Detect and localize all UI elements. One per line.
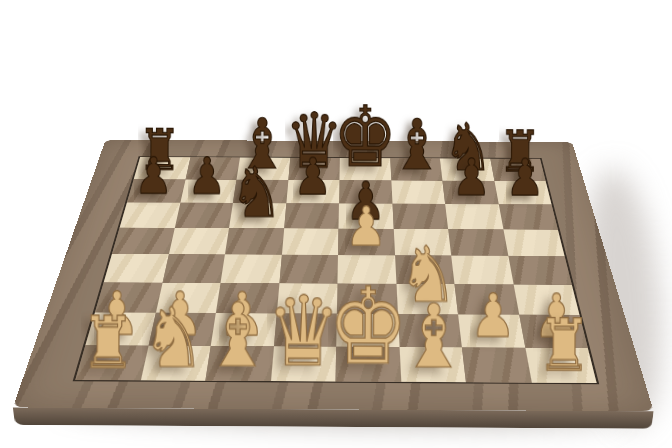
piece-black-pawn-h7[interactable]: ♟ [505,153,544,204]
board-frame: ♜♝♛♚♝♞♜♟♟♟♟♟♞♟♟♞♟♟♟♟♟♜♞♝♛♚♝♜ [13,140,654,411]
piece-black-knight-c6[interactable]: ♞ [230,157,283,227]
square-e1[interactable]: ♚ [336,346,401,381]
square-h5[interactable] [503,229,565,256]
square-b7[interactable]: ♟ [180,179,237,203]
square-f6[interactable] [392,204,448,229]
piece-white-rook-h1[interactable]: ♜ [536,310,591,382]
square-b5[interactable] [168,228,229,255]
square-a7[interactable]: ♟ [127,179,185,203]
square-g7[interactable]: ♟ [442,181,498,205]
square-b6[interactable] [174,203,233,228]
piece-black-pawn-g7[interactable]: ♟ [452,152,491,203]
square-d1[interactable]: ♛ [270,346,336,381]
square-g6[interactable] [445,204,503,229]
square-d6[interactable] [284,203,339,228]
piece-white-pawn-g2[interactable]: ♟ [470,286,516,346]
square-c5[interactable] [225,228,284,255]
square-c1[interactable]: ♝ [205,346,273,381]
square-f8[interactable]: ♝ [390,158,443,180]
square-c6[interactable]: ♞ [229,203,286,228]
square-g1[interactable] [462,347,531,383]
piece-white-pawn-e5[interactable]: ♟ [346,200,387,254]
square-a5[interactable] [112,227,174,254]
piece-black-bishop-f8[interactable]: ♝ [390,110,443,179]
square-d7[interactable]: ♟ [286,180,339,204]
piece-black-pawn-b7[interactable]: ♟ [187,151,226,202]
square-f7[interactable] [391,180,445,204]
square-g2[interactable]: ♟ [458,314,525,347]
playing-area: ♜♝♛♚♝♞♜♟♟♟♟♟♞♟♟♞♟♟♟♟♟♜♞♝♛♚♝♜ [73,156,600,384]
piece-black-pawn-d7[interactable]: ♟ [293,152,332,203]
piece-white-knight-b1[interactable]: ♞ [142,296,205,379]
square-h1[interactable]: ♜ [525,347,597,383]
piece-black-pawn-a7[interactable]: ♟ [134,151,173,202]
chessboard: ♜♝♛♚♝♞♜♟♟♟♟♟♞♟♟♞♟♟♟♟♟♜♞♝♛♚♝♜ [13,140,654,411]
square-h6[interactable] [498,204,558,229]
square-a6[interactable] [120,202,180,227]
square-e5[interactable]: ♟ [338,228,395,255]
square-a1[interactable]: ♜ [75,345,148,380]
board-front-edge [13,407,654,428]
piece-white-rook-a1[interactable]: ♜ [81,307,136,379]
piece-white-king-e1[interactable]: ♚ [328,274,409,380]
square-h7[interactable]: ♟ [494,181,552,205]
piece-white-bishop-c1[interactable]: ♝ [205,292,272,380]
piece-black-king-e8[interactable]: ♚ [333,95,397,179]
square-b1[interactable]: ♞ [140,345,210,380]
square-d5[interactable] [281,228,338,255]
piece-white-bishop-f1[interactable]: ♝ [400,293,467,381]
square-f1[interactable]: ♝ [399,347,466,383]
